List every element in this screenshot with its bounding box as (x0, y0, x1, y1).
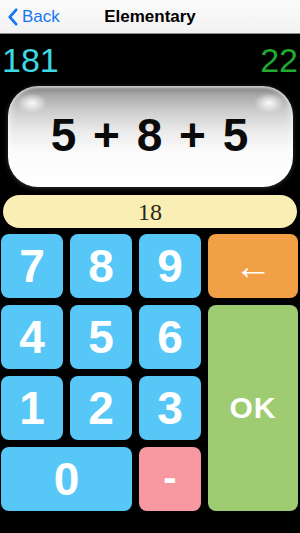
backspace-key[interactable]: ← (208, 234, 298, 298)
key-7[interactable]: 7 (1, 234, 63, 298)
keypad: 7 8 9 ← 4 5 6 OK 1 2 3 0 - (1, 234, 298, 511)
key-6[interactable]: 6 (139, 305, 201, 369)
key-4[interactable]: 4 (1, 305, 63, 369)
ok-key[interactable]: OK (208, 305, 298, 511)
key-8[interactable]: 8 (70, 234, 132, 298)
left-score: 181 (2, 42, 59, 78)
problem-expression: 5 + 8 + 5 (51, 108, 251, 165)
key-2[interactable]: 2 (70, 376, 132, 440)
minus-key[interactable]: - (139, 447, 201, 511)
right-score: 22 (260, 42, 298, 78)
problem-card: 5 + 8 + 5 (8, 86, 293, 187)
key-3[interactable]: 3 (139, 376, 201, 440)
back-label: Back (22, 7, 60, 27)
key-1[interactable]: 1 (1, 376, 63, 440)
backspace-arrow-icon: ← (234, 247, 272, 285)
key-5[interactable]: 5 (70, 305, 132, 369)
key-9[interactable]: 9 (139, 234, 201, 298)
answer-input[interactable]: 18 (3, 195, 297, 228)
page-title: Elementary (104, 7, 196, 27)
back-chevron-icon (7, 8, 18, 26)
answer-value: 18 (138, 200, 162, 224)
navigation-bar: Back Elementary (0, 0, 300, 34)
app-screen: Back Elementary 181 22 5 + 8 + 5 18 7 8 … (0, 0, 300, 533)
key-0[interactable]: 0 (1, 447, 132, 511)
scoreboard: 181 22 (0, 42, 300, 78)
back-button[interactable]: Back (7, 0, 60, 33)
